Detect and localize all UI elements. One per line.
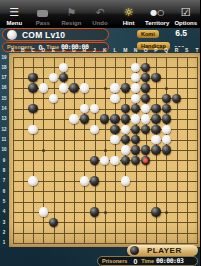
row-label: 14 (0, 106, 8, 111)
row-label: 2 (0, 230, 8, 235)
stone-black (151, 125, 160, 134)
stone-white (39, 83, 48, 92)
lightbulb-icon: ☼ (124, 6, 134, 20)
stone-white (121, 125, 130, 134)
column-label: G (71, 47, 78, 53)
hoshi-point (165, 211, 168, 214)
territory-label: Territory (145, 20, 169, 26)
grid-line-horizontal (13, 202, 199, 203)
grid-line-horizontal (13, 181, 199, 182)
row-label: 6 (0, 189, 8, 194)
checkbox-icon: ☑ (181, 6, 191, 20)
stone-black (131, 125, 140, 134)
column-label: D (40, 47, 47, 53)
column-label: S (183, 47, 190, 53)
hoshi-point (104, 149, 107, 152)
row-label: 17 (0, 75, 8, 80)
menu-icon: ☰ (9, 6, 19, 20)
stone-white (28, 125, 37, 134)
options-button[interactable]: ☑ Options (171, 0, 200, 27)
row-label: 1 (0, 240, 8, 245)
column-label: F (60, 47, 67, 53)
pass-label: Pass (36, 20, 50, 26)
stone-black (151, 104, 160, 113)
stone-white (141, 114, 150, 123)
row-label: 10 (0, 147, 8, 152)
com-player-bar: COM Lv10 (2, 28, 109, 41)
stone-black (162, 114, 171, 123)
row-label: 13 (0, 116, 8, 121)
stone-white (80, 176, 89, 185)
row-label: 7 (0, 178, 8, 183)
menu-label: Menu (6, 20, 22, 26)
column-label: E (50, 47, 57, 53)
stone-black (110, 125, 119, 134)
stone-black (90, 156, 99, 165)
stone-black (121, 114, 130, 123)
human-prisoners-label: Prisoners (102, 258, 127, 264)
human-prisoners-bar: Prisoners 0 Time 00:00:03 (97, 256, 198, 266)
column-label: R (173, 47, 180, 53)
row-label: 16 (0, 85, 8, 90)
stone-white (49, 94, 58, 103)
human-player-bar: PLAYER (127, 245, 198, 256)
column-label: B (19, 47, 26, 53)
resign-label: Resign (61, 20, 81, 26)
com-player-name: COM Lv10 (22, 30, 65, 40)
human-time-value: 00:00:03 (156, 257, 183, 265)
stone-black (49, 218, 58, 227)
grid-line-vertical (197, 57, 198, 244)
grid-line-horizontal (13, 243, 199, 244)
row-label: 5 (0, 199, 8, 204)
stone-white (131, 114, 140, 123)
column-label: T (194, 47, 201, 53)
column-label: H (81, 47, 88, 53)
row-label: 11 (0, 137, 8, 142)
stone-black (141, 83, 150, 92)
stone-black (162, 94, 171, 103)
stone-white (110, 83, 119, 92)
last-move-marker (143, 158, 148, 163)
stone-white (131, 63, 140, 72)
stone-white (28, 176, 37, 185)
hoshi-point (165, 87, 168, 90)
speech-bubble-icon (37, 6, 48, 20)
stone-black (121, 83, 130, 92)
stone-white (90, 125, 99, 134)
row-label: 19 (0, 55, 8, 60)
stone-black (121, 156, 130, 165)
komi-value: 6.5 (175, 28, 187, 38)
stone-black (151, 73, 160, 82)
black-stone-icon (130, 246, 139, 255)
grid-line-vertical (187, 57, 188, 244)
menu-button[interactable]: ☰ Menu (0, 0, 29, 27)
stone-white (121, 145, 130, 154)
territory-stones-icon: ●○ (150, 6, 164, 20)
hoshi-point (104, 211, 107, 214)
stone-white (151, 135, 160, 144)
column-label: L (112, 47, 119, 53)
stone-white (110, 156, 119, 165)
column-label: O (142, 47, 149, 53)
flag-icon: ⚑ (67, 6, 77, 20)
row-label: 9 (0, 158, 8, 163)
row-label: 3 (0, 220, 8, 225)
stone-black (151, 207, 160, 216)
column-label: P (153, 47, 160, 53)
pass-button[interactable]: Pass (29, 0, 58, 27)
hint-label: Hint (123, 20, 135, 26)
grid-line-horizontal (13, 222, 199, 223)
stone-black (131, 145, 140, 154)
stone-black (162, 145, 171, 154)
stone-white (110, 94, 119, 103)
stone-black (131, 156, 140, 165)
stone-black (172, 94, 181, 103)
grid-line-horizontal (13, 171, 199, 172)
stone-black (28, 83, 37, 92)
stone-black (100, 114, 109, 123)
row-label: 4 (0, 209, 8, 214)
column-label: N (132, 47, 139, 53)
toolbar: ☰ Menu Pass ⚑ Resign ↶ Undo ☼ Hint ●○ Te… (0, 0, 200, 28)
stone-black (110, 114, 119, 123)
stone-black (80, 114, 89, 123)
human-time-label: Time (141, 258, 154, 264)
resign-button[interactable]: ⚑ Resign (57, 0, 86, 27)
undo-button[interactable]: ↶ Undo (86, 0, 115, 27)
column-label: Q (163, 47, 170, 53)
stone-white (162, 125, 171, 134)
row-label: 12 (0, 127, 8, 132)
stone-black (69, 83, 78, 92)
grid-line-horizontal (13, 233, 199, 234)
undo-arrow-icon: ↶ (95, 6, 104, 20)
options-label: Options (174, 20, 197, 26)
territory-button[interactable]: ●○ Territory (143, 0, 172, 27)
stone-white (131, 83, 140, 92)
stone-black (90, 207, 99, 216)
komi-badge: Komi (137, 30, 159, 38)
stone-white (110, 135, 119, 144)
row-label: 8 (0, 168, 8, 173)
stone-white (39, 207, 48, 216)
go-board[interactable] (9, 53, 200, 247)
go-app-screen: ☰ Menu Pass ⚑ Resign ↶ Undo ☼ Hint ●○ Te… (0, 0, 200, 266)
stone-black (90, 176, 99, 185)
stone-white (69, 114, 78, 123)
stone-black (28, 73, 37, 82)
stone-black (28, 104, 37, 113)
stone-white (121, 176, 130, 185)
hoshi-point (104, 87, 107, 90)
grid-line-vertical (177, 57, 178, 244)
stone-black (151, 114, 160, 123)
undo-label: Undo (92, 20, 107, 26)
white-stone-icon (7, 30, 17, 40)
human-prisoners-count: 0 (133, 258, 137, 265)
column-label: C (30, 47, 37, 53)
row-label: 15 (0, 96, 8, 101)
column-label: A (9, 47, 16, 53)
grid-line-horizontal (13, 191, 199, 192)
stone-white (59, 83, 68, 92)
stone-white (80, 83, 89, 92)
column-label: M (122, 47, 129, 53)
row-label: 18 (0, 65, 8, 70)
hoshi-point (42, 149, 45, 152)
human-player-name: PLAYER (147, 246, 182, 255)
stone-white (131, 94, 140, 103)
stone-black (141, 145, 150, 154)
stone-black (151, 145, 160, 154)
column-label: K (101, 47, 108, 53)
hint-button[interactable]: ☼ Hint (114, 0, 143, 27)
column-label: J (91, 47, 98, 53)
